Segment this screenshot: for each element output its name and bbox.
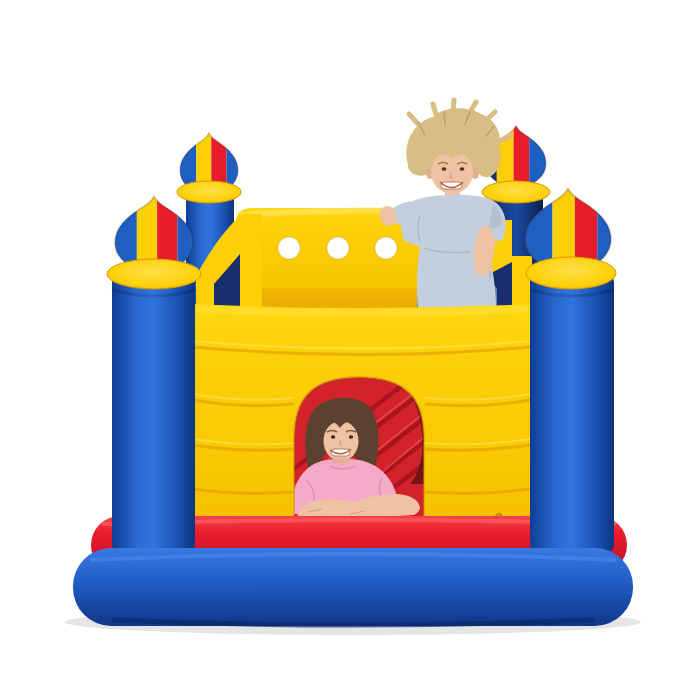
tower-front-left [107, 194, 201, 554]
girl-eye [349, 435, 353, 439]
bounce-castle-illustration [0, 0, 700, 700]
tower-front-right-cylinder [530, 272, 614, 554]
window-hole [375, 237, 397, 259]
girl-eye [331, 435, 335, 439]
boy-right-hand [474, 259, 492, 276]
tower-rear-right-ring [482, 181, 550, 203]
window-hole [278, 237, 300, 259]
rail-right-collar [510, 256, 532, 312]
product-photo [0, 0, 700, 700]
tower-front-left-cylinder [112, 272, 195, 554]
boy-eye [442, 167, 447, 171]
boy-eye [460, 167, 465, 171]
tower-front-right-ring [526, 257, 616, 289]
window-hole [327, 237, 349, 259]
girl-neck-shadow [331, 457, 351, 465]
tower-rear-left-ring [177, 181, 241, 203]
base-blue-tube [73, 548, 633, 626]
tower-front-right [525, 186, 616, 554]
base-blue-ring [73, 548, 633, 626]
front-wall-top-tube [196, 309, 527, 313]
tower-front-left-ring [107, 259, 201, 289]
